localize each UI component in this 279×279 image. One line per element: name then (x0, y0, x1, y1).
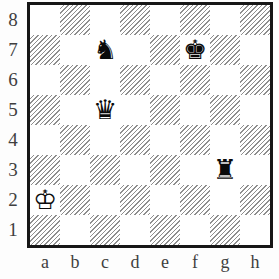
square-d3[interactable] (120, 155, 150, 185)
square-d6[interactable] (120, 65, 150, 95)
file-label-d: d (120, 250, 150, 274)
piece-black-queen[interactable]: ♛ (93, 96, 117, 123)
square-f4[interactable] (180, 125, 210, 155)
square-h6[interactable] (240, 65, 270, 95)
rank-label-6: 6 (2, 65, 24, 95)
square-c5[interactable]: ♛ (90, 95, 120, 125)
chess-board: ♞♚♛♜♔ (27, 2, 273, 248)
square-a7[interactable] (30, 35, 60, 65)
square-b7[interactable] (60, 35, 90, 65)
square-e1[interactable] (150, 215, 180, 245)
piece-black-king[interactable]: ♚ (183, 36, 207, 63)
square-c3[interactable] (90, 155, 120, 185)
square-h7[interactable] (240, 35, 270, 65)
file-label-c: c (90, 250, 120, 274)
square-c2[interactable] (90, 185, 120, 215)
square-g4[interactable] (210, 125, 240, 155)
square-e3[interactable] (150, 155, 180, 185)
square-h2[interactable] (240, 185, 270, 215)
square-e6[interactable] (150, 65, 180, 95)
square-b2[interactable] (60, 185, 90, 215)
square-e4[interactable] (150, 125, 180, 155)
square-f8[interactable] (180, 5, 210, 35)
square-g5[interactable] (210, 95, 240, 125)
square-c1[interactable] (90, 215, 120, 245)
square-a5[interactable] (30, 95, 60, 125)
square-b1[interactable] (60, 215, 90, 245)
square-g7[interactable] (210, 35, 240, 65)
square-b4[interactable] (60, 125, 90, 155)
square-c6[interactable] (90, 65, 120, 95)
square-h1[interactable] (240, 215, 270, 245)
rank-label-8: 8 (2, 5, 24, 35)
file-labels: abcdefgh (30, 250, 270, 274)
square-e2[interactable] (150, 185, 180, 215)
square-h5[interactable] (240, 95, 270, 125)
square-a1[interactable] (30, 215, 60, 245)
file-label-e: e (150, 250, 180, 274)
square-g2[interactable] (210, 185, 240, 215)
square-h4[interactable] (240, 125, 270, 155)
rank-label-5: 5 (2, 95, 24, 125)
square-f3[interactable] (180, 155, 210, 185)
square-e5[interactable] (150, 95, 180, 125)
square-b3[interactable] (60, 155, 90, 185)
piece-black-knight[interactable]: ♞ (93, 36, 117, 63)
rank-label-4: 4 (2, 125, 24, 155)
square-b6[interactable] (60, 65, 90, 95)
rank-labels: 87654321 (2, 5, 24, 245)
square-a4[interactable] (30, 125, 60, 155)
square-f5[interactable] (180, 95, 210, 125)
square-a3[interactable] (30, 155, 60, 185)
square-d8[interactable] (120, 5, 150, 35)
square-d1[interactable] (120, 215, 150, 245)
square-e7[interactable] (150, 35, 180, 65)
square-b5[interactable] (60, 95, 90, 125)
square-f7[interactable]: ♚ (180, 35, 210, 65)
rank-label-3: 3 (2, 155, 24, 185)
square-d7[interactable] (120, 35, 150, 65)
square-f6[interactable] (180, 65, 210, 95)
file-label-h: h (240, 250, 270, 274)
square-a8[interactable] (30, 5, 60, 35)
square-a2[interactable]: ♔ (30, 185, 60, 215)
square-b8[interactable] (60, 5, 90, 35)
square-d4[interactable] (120, 125, 150, 155)
file-label-b: b (60, 250, 90, 274)
file-label-g: g (210, 250, 240, 274)
square-a6[interactable] (30, 65, 60, 95)
square-e8[interactable] (150, 5, 180, 35)
square-g6[interactable] (210, 65, 240, 95)
square-g8[interactable] (210, 5, 240, 35)
square-h3[interactable] (240, 155, 270, 185)
rank-label-7: 7 (2, 35, 24, 65)
square-g1[interactable] (210, 215, 240, 245)
rank-label-1: 1 (2, 215, 24, 245)
square-h8[interactable] (240, 5, 270, 35)
square-d2[interactable] (120, 185, 150, 215)
square-c7[interactable]: ♞ (90, 35, 120, 65)
square-d5[interactable] (120, 95, 150, 125)
chess-diagram-page: 87654321 ♞♚♛♜♔ abcdefgh (0, 0, 279, 279)
file-label-f: f (180, 250, 210, 274)
file-label-a: a (30, 250, 60, 274)
square-f2[interactable] (180, 185, 210, 215)
square-f1[interactable] (180, 215, 210, 245)
square-c8[interactable] (90, 5, 120, 35)
square-c4[interactable] (90, 125, 120, 155)
piece-white-king[interactable]: ♔ (33, 186, 57, 213)
piece-black-rook[interactable]: ♜ (213, 156, 237, 183)
rank-label-2: 2 (2, 185, 24, 215)
square-g3[interactable]: ♜ (210, 155, 240, 185)
